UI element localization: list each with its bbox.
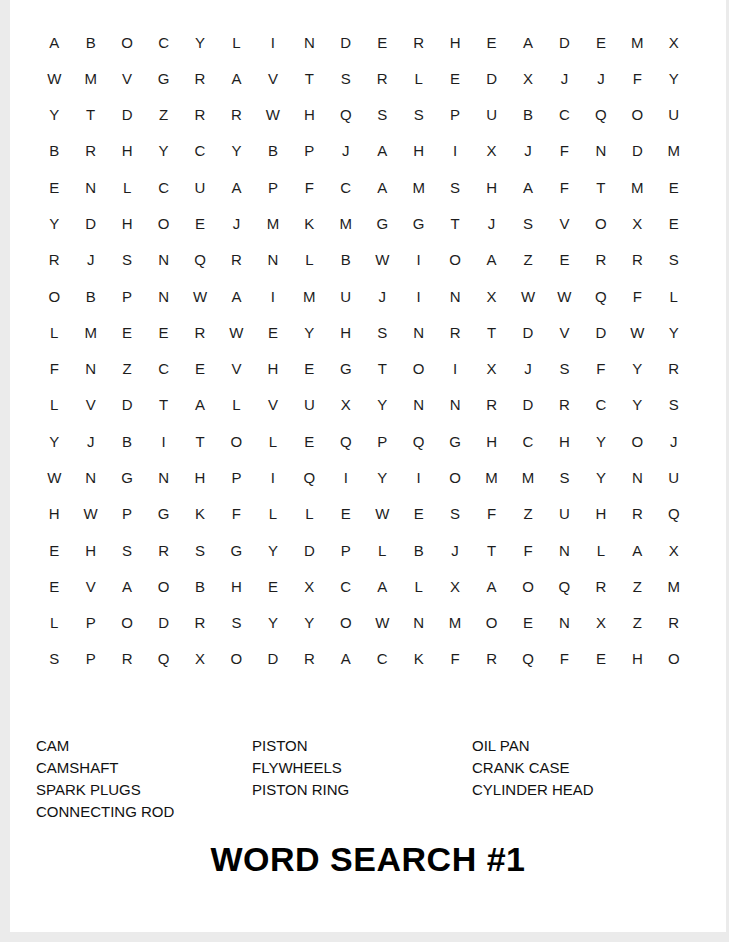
grid-cell[interactable]: M xyxy=(619,169,655,205)
grid-cell[interactable]: A xyxy=(473,242,509,278)
grid-cell[interactable]: F xyxy=(473,496,509,532)
grid-cell[interactable]: N xyxy=(400,604,436,640)
grid-cell[interactable]: M xyxy=(255,205,291,241)
grid-cell[interactable]: R xyxy=(473,387,509,423)
grid-cell[interactable]: B xyxy=(510,97,546,133)
grid-cell[interactable]: F xyxy=(437,641,473,677)
grid-cell[interactable]: L xyxy=(36,604,72,640)
grid-cell[interactable]: R xyxy=(182,314,218,350)
grid-cell[interactable]: N xyxy=(72,351,108,387)
grid-cell[interactable]: C xyxy=(583,387,619,423)
grid-cell[interactable]: N xyxy=(437,278,473,314)
grid-cell[interactable]: J xyxy=(510,133,546,169)
grid-cell[interactable]: R xyxy=(583,568,619,604)
grid-cell[interactable]: P xyxy=(291,133,327,169)
grid-cell[interactable]: S xyxy=(546,351,582,387)
grid-cell[interactable]: H xyxy=(291,97,327,133)
grid-cell[interactable]: X xyxy=(619,205,655,241)
grid-cell[interactable]: H xyxy=(72,532,108,568)
grid-cell[interactable]: J xyxy=(218,205,254,241)
grid-cell[interactable]: H xyxy=(583,496,619,532)
grid-cell[interactable]: E xyxy=(437,60,473,96)
grid-cell[interactable]: L xyxy=(291,242,327,278)
grid-cell[interactable]: E xyxy=(546,242,582,278)
grid-cell[interactable]: U xyxy=(328,278,364,314)
grid-cell[interactable]: S xyxy=(437,496,473,532)
grid-cell[interactable]: V xyxy=(72,387,108,423)
grid-cell[interactable]: N xyxy=(400,314,436,350)
grid-cell[interactable]: X xyxy=(437,568,473,604)
grid-cell[interactable]: R xyxy=(400,24,436,60)
grid-cell[interactable]: O xyxy=(583,205,619,241)
grid-cell[interactable]: Y xyxy=(255,532,291,568)
grid-cell[interactable]: G xyxy=(364,205,400,241)
grid-cell[interactable]: N xyxy=(72,459,108,495)
grid-cell[interactable]: J xyxy=(72,242,108,278)
grid-cell[interactable]: P xyxy=(364,423,400,459)
grid-cell[interactable]: M xyxy=(72,314,108,350)
grid-cell[interactable]: J xyxy=(437,532,473,568)
grid-cell[interactable]: C xyxy=(328,169,364,205)
grid-cell[interactable]: Y xyxy=(182,24,218,60)
grid-cell[interactable]: C xyxy=(364,641,400,677)
grid-cell[interactable]: T xyxy=(291,60,327,96)
grid-cell[interactable]: R xyxy=(291,641,327,677)
grid-cell[interactable]: A xyxy=(510,169,546,205)
grid-cell[interactable]: W xyxy=(218,314,254,350)
grid-cell[interactable]: C xyxy=(510,423,546,459)
grid-cell[interactable]: A xyxy=(182,387,218,423)
grid-cell[interactable]: W xyxy=(364,242,400,278)
grid-cell[interactable]: Y xyxy=(619,387,655,423)
grid-cell[interactable]: U xyxy=(656,459,692,495)
grid-cell[interactable]: H xyxy=(437,24,473,60)
grid-cell[interactable]: H xyxy=(182,459,218,495)
grid-cell[interactable]: U xyxy=(291,387,327,423)
grid-cell[interactable]: X xyxy=(473,278,509,314)
grid-cell[interactable]: Y xyxy=(656,314,692,350)
grid-cell[interactable]: H xyxy=(546,423,582,459)
grid-cell[interactable]: O xyxy=(400,351,436,387)
grid-cell[interactable]: L xyxy=(255,496,291,532)
grid-cell[interactable]: N xyxy=(546,532,582,568)
grid-cell[interactable]: X xyxy=(510,60,546,96)
grid-cell[interactable]: B xyxy=(109,423,145,459)
grid-cell[interactable]: X xyxy=(473,351,509,387)
grid-cell[interactable]: Z xyxy=(145,97,181,133)
grid-cell[interactable]: S xyxy=(364,97,400,133)
grid-cell[interactable]: L xyxy=(109,169,145,205)
grid-cell[interactable]: R xyxy=(36,242,72,278)
grid-cell[interactable]: N xyxy=(145,278,181,314)
grid-cell[interactable]: Y xyxy=(364,459,400,495)
grid-cell[interactable]: Q xyxy=(546,568,582,604)
grid-cell[interactable]: J xyxy=(546,60,582,96)
grid-cell[interactable]: I xyxy=(328,459,364,495)
grid-cell[interactable]: E xyxy=(145,314,181,350)
grid-cell[interactable]: V xyxy=(255,387,291,423)
grid-cell[interactable]: N xyxy=(437,387,473,423)
grid-cell[interactable]: Y xyxy=(291,604,327,640)
grid-cell[interactable]: S xyxy=(400,97,436,133)
grid-cell[interactable]: R xyxy=(619,496,655,532)
grid-cell[interactable]: E xyxy=(36,568,72,604)
grid-cell[interactable]: S xyxy=(656,387,692,423)
grid-cell[interactable]: Q xyxy=(291,459,327,495)
grid-cell[interactable]: Z xyxy=(109,351,145,387)
grid-cell[interactable]: V xyxy=(546,205,582,241)
grid-cell[interactable]: L xyxy=(36,387,72,423)
grid-cell[interactable]: R xyxy=(182,604,218,640)
grid-cell[interactable]: C xyxy=(546,97,582,133)
grid-cell[interactable]: Y xyxy=(145,133,181,169)
grid-cell[interactable]: F xyxy=(510,532,546,568)
grid-cell[interactable]: V xyxy=(109,60,145,96)
grid-cell[interactable]: O xyxy=(109,604,145,640)
grid-cell[interactable]: S xyxy=(109,532,145,568)
grid-cell[interactable]: A xyxy=(364,133,400,169)
grid-cell[interactable]: T xyxy=(145,387,181,423)
grid-cell[interactable]: N xyxy=(72,169,108,205)
grid-cell[interactable]: H xyxy=(473,169,509,205)
grid-cell[interactable]: N xyxy=(145,459,181,495)
grid-cell[interactable]: E xyxy=(583,641,619,677)
grid-cell[interactable]: G xyxy=(109,459,145,495)
grid-cell[interactable]: Y xyxy=(364,387,400,423)
grid-cell[interactable]: X xyxy=(473,133,509,169)
grid-cell[interactable]: U xyxy=(473,97,509,133)
grid-cell[interactable]: S xyxy=(656,242,692,278)
grid-cell[interactable]: D xyxy=(510,314,546,350)
grid-cell[interactable]: N xyxy=(400,387,436,423)
grid-cell[interactable]: E xyxy=(255,314,291,350)
grid-cell[interactable]: P xyxy=(437,97,473,133)
grid-cell[interactable]: Y xyxy=(583,423,619,459)
grid-cell[interactable]: V xyxy=(72,568,108,604)
grid-cell[interactable]: A xyxy=(473,568,509,604)
grid-cell[interactable]: B xyxy=(328,242,364,278)
grid-cell[interactable]: F xyxy=(619,278,655,314)
grid-cell[interactable]: G xyxy=(328,351,364,387)
grid-cell[interactable]: R xyxy=(364,60,400,96)
grid-cell[interactable]: L xyxy=(364,532,400,568)
grid-cell[interactable]: R xyxy=(546,387,582,423)
grid-cell[interactable]: I xyxy=(400,242,436,278)
grid-cell[interactable]: S xyxy=(546,459,582,495)
grid-cell[interactable]: R xyxy=(473,641,509,677)
grid-cell[interactable]: A xyxy=(36,24,72,60)
grid-cell[interactable]: E xyxy=(255,568,291,604)
grid-cell[interactable]: I xyxy=(255,459,291,495)
grid-cell[interactable]: Z xyxy=(619,604,655,640)
grid-cell[interactable]: P xyxy=(72,604,108,640)
grid-cell[interactable]: J xyxy=(473,205,509,241)
grid-cell[interactable]: F xyxy=(546,169,582,205)
grid-cell[interactable]: Q xyxy=(510,641,546,677)
grid-cell[interactable]: B xyxy=(72,278,108,314)
grid-cell[interactable]: M xyxy=(400,169,436,205)
grid-cell[interactable]: C xyxy=(145,24,181,60)
grid-cell[interactable]: W xyxy=(364,604,400,640)
grid-cell[interactable]: Y xyxy=(218,133,254,169)
grid-cell[interactable]: G xyxy=(145,60,181,96)
grid-cell[interactable]: H xyxy=(473,423,509,459)
grid-cell[interactable]: O xyxy=(145,205,181,241)
grid-cell[interactable]: D xyxy=(546,24,582,60)
grid-cell[interactable]: W xyxy=(546,278,582,314)
grid-cell[interactable]: G xyxy=(218,532,254,568)
grid-cell[interactable]: P xyxy=(218,459,254,495)
grid-cell[interactable]: Q xyxy=(583,97,619,133)
grid-cell[interactable]: I xyxy=(255,278,291,314)
grid-cell[interactable]: W xyxy=(255,97,291,133)
grid-cell[interactable]: J xyxy=(583,60,619,96)
grid-cell[interactable]: A xyxy=(218,169,254,205)
grid-cell[interactable]: M xyxy=(619,24,655,60)
grid-cell[interactable]: R xyxy=(656,604,692,640)
grid-cell[interactable]: W xyxy=(36,60,72,96)
grid-cell[interactable]: Z xyxy=(510,242,546,278)
grid-cell[interactable]: S xyxy=(437,169,473,205)
grid-cell[interactable]: K xyxy=(182,496,218,532)
grid-cell[interactable]: M xyxy=(291,278,327,314)
grid-cell[interactable]: R xyxy=(145,532,181,568)
grid-cell[interactable]: L xyxy=(656,278,692,314)
grid-cell[interactable]: D xyxy=(473,60,509,96)
grid-cell[interactable]: A xyxy=(109,568,145,604)
grid-cell[interactable]: T xyxy=(473,532,509,568)
grid-cell[interactable]: T xyxy=(583,169,619,205)
grid-cell[interactable]: A xyxy=(510,24,546,60)
grid-cell[interactable]: B xyxy=(72,24,108,60)
grid-cell[interactable]: F xyxy=(218,496,254,532)
grid-cell[interactable]: R xyxy=(182,97,218,133)
grid-cell[interactable]: O xyxy=(437,459,473,495)
grid-cell[interactable]: L xyxy=(583,532,619,568)
grid-cell[interactable]: S xyxy=(364,314,400,350)
grid-cell[interactable]: P xyxy=(328,532,364,568)
grid-cell[interactable]: O xyxy=(36,278,72,314)
grid-cell[interactable]: X xyxy=(328,387,364,423)
grid-cell[interactable]: I xyxy=(255,24,291,60)
grid-cell[interactable]: E xyxy=(510,604,546,640)
grid-cell[interactable]: S xyxy=(36,641,72,677)
grid-cell[interactable]: H xyxy=(400,133,436,169)
grid-cell[interactable]: D xyxy=(291,532,327,568)
grid-cell[interactable]: T xyxy=(72,97,108,133)
grid-cell[interactable]: D xyxy=(328,24,364,60)
grid-cell[interactable]: B xyxy=(36,133,72,169)
grid-cell[interactable]: E xyxy=(400,496,436,532)
grid-cell[interactable]: V xyxy=(255,60,291,96)
grid-cell[interactable]: Y xyxy=(583,459,619,495)
grid-cell[interactable]: O xyxy=(473,604,509,640)
grid-cell[interactable]: D xyxy=(619,133,655,169)
grid-cell[interactable]: D xyxy=(72,205,108,241)
grid-cell[interactable]: Z xyxy=(619,568,655,604)
grid-cell[interactable]: E xyxy=(36,532,72,568)
grid-cell[interactable]: A xyxy=(619,532,655,568)
grid-cell[interactable]: Z xyxy=(510,496,546,532)
grid-cell[interactable]: S xyxy=(182,532,218,568)
grid-cell[interactable]: L xyxy=(36,314,72,350)
grid-cell[interactable]: O xyxy=(437,242,473,278)
grid-cell[interactable]: R xyxy=(72,133,108,169)
grid-cell[interactable]: C xyxy=(145,169,181,205)
grid-cell[interactable]: N xyxy=(619,459,655,495)
grid-cell[interactable]: Q xyxy=(656,496,692,532)
grid-cell[interactable]: I xyxy=(437,133,473,169)
grid-cell[interactable]: F xyxy=(619,60,655,96)
grid-cell[interactable]: U xyxy=(656,97,692,133)
grid-cell[interactable]: E xyxy=(291,423,327,459)
grid-cell[interactable]: N xyxy=(255,242,291,278)
grid-cell[interactable]: O xyxy=(109,24,145,60)
grid-cell[interactable]: B xyxy=(400,532,436,568)
grid-cell[interactable]: S xyxy=(328,60,364,96)
grid-cell[interactable]: E xyxy=(36,169,72,205)
grid-cell[interactable]: D xyxy=(109,387,145,423)
grid-cell[interactable]: K xyxy=(400,641,436,677)
grid-cell[interactable]: L xyxy=(218,387,254,423)
grid-cell[interactable]: M xyxy=(656,133,692,169)
grid-cell[interactable]: Y xyxy=(656,60,692,96)
grid-cell[interactable]: M xyxy=(510,459,546,495)
grid-cell[interactable]: R xyxy=(583,242,619,278)
grid-cell[interactable]: V xyxy=(218,351,254,387)
grid-cell[interactable]: X xyxy=(656,24,692,60)
grid-cell[interactable]: N xyxy=(145,242,181,278)
grid-cell[interactable]: W xyxy=(72,496,108,532)
grid-cell[interactable]: R xyxy=(619,242,655,278)
grid-cell[interactable]: R xyxy=(182,60,218,96)
grid-cell[interactable]: R xyxy=(218,242,254,278)
grid-cell[interactable]: K xyxy=(291,205,327,241)
grid-cell[interactable]: J xyxy=(510,351,546,387)
grid-cell[interactable]: P xyxy=(72,641,108,677)
grid-cell[interactable]: X xyxy=(583,604,619,640)
grid-cell[interactable]: Q xyxy=(182,242,218,278)
grid-cell[interactable]: X xyxy=(291,568,327,604)
grid-cell[interactable]: A xyxy=(328,641,364,677)
grid-cell[interactable]: R xyxy=(109,641,145,677)
grid-cell[interactable]: H xyxy=(109,133,145,169)
grid-cell[interactable]: I xyxy=(400,459,436,495)
grid-cell[interactable]: G xyxy=(400,205,436,241)
grid-cell[interactable]: H xyxy=(328,314,364,350)
grid-cell[interactable]: P xyxy=(255,169,291,205)
grid-cell[interactable]: W xyxy=(182,278,218,314)
grid-cell[interactable]: B xyxy=(255,133,291,169)
grid-cell[interactable]: X xyxy=(182,641,218,677)
grid-cell[interactable]: N xyxy=(583,133,619,169)
grid-cell[interactable]: I xyxy=(437,351,473,387)
grid-cell[interactable]: M xyxy=(473,459,509,495)
grid-cell[interactable]: N xyxy=(291,24,327,60)
grid-cell[interactable]: H xyxy=(255,351,291,387)
grid-cell[interactable]: Y xyxy=(36,97,72,133)
grid-cell[interactable]: F xyxy=(546,641,582,677)
grid-cell[interactable]: Q xyxy=(328,97,364,133)
grid-cell[interactable]: A xyxy=(364,169,400,205)
grid-cell[interactable]: S xyxy=(218,604,254,640)
grid-cell[interactable]: O xyxy=(656,641,692,677)
grid-cell[interactable]: F xyxy=(546,133,582,169)
grid-cell[interactable]: L xyxy=(291,496,327,532)
grid-cell[interactable]: R xyxy=(437,314,473,350)
grid-cell[interactable]: F xyxy=(36,351,72,387)
grid-cell[interactable]: O xyxy=(145,568,181,604)
grid-cell[interactable]: E xyxy=(182,205,218,241)
grid-cell[interactable]: E xyxy=(328,496,364,532)
grid-cell[interactable]: H xyxy=(36,496,72,532)
grid-cell[interactable]: C xyxy=(145,351,181,387)
grid-cell[interactable]: P xyxy=(109,278,145,314)
grid-cell[interactable]: T xyxy=(182,423,218,459)
grid-cell[interactable]: W xyxy=(36,459,72,495)
grid-cell[interactable]: Y xyxy=(36,423,72,459)
grid-cell[interactable]: O xyxy=(218,423,254,459)
grid-cell[interactable]: Q xyxy=(583,278,619,314)
grid-cell[interactable]: W xyxy=(364,496,400,532)
grid-cell[interactable]: Q xyxy=(145,641,181,677)
grid-cell[interactable]: V xyxy=(546,314,582,350)
grid-cell[interactable]: G xyxy=(145,496,181,532)
grid-cell[interactable]: O xyxy=(619,423,655,459)
grid-cell[interactable]: Y xyxy=(291,314,327,350)
grid-cell[interactable]: L xyxy=(400,568,436,604)
grid-cell[interactable]: E xyxy=(656,169,692,205)
grid-cell[interactable]: N xyxy=(546,604,582,640)
grid-cell[interactable]: U xyxy=(546,496,582,532)
grid-cell[interactable]: A xyxy=(364,568,400,604)
grid-cell[interactable]: L xyxy=(255,423,291,459)
grid-cell[interactable]: D xyxy=(255,641,291,677)
grid-cell[interactable]: U xyxy=(182,169,218,205)
grid-cell[interactable]: J xyxy=(656,423,692,459)
grid-cell[interactable]: E xyxy=(364,24,400,60)
grid-cell[interactable]: D xyxy=(145,604,181,640)
grid-cell[interactable]: W xyxy=(510,278,546,314)
grid-cell[interactable]: M xyxy=(328,205,364,241)
grid-cell[interactable]: M xyxy=(656,568,692,604)
grid-cell[interactable]: Y xyxy=(36,205,72,241)
grid-cell[interactable]: L xyxy=(218,24,254,60)
grid-cell[interactable]: I xyxy=(145,423,181,459)
grid-cell[interactable]: I xyxy=(400,278,436,314)
grid-cell[interactable]: Y xyxy=(255,604,291,640)
grid-cell[interactable]: O xyxy=(328,604,364,640)
grid-cell[interactable]: O xyxy=(510,568,546,604)
grid-cell[interactable]: E xyxy=(182,351,218,387)
grid-cell[interactable]: Y xyxy=(619,351,655,387)
grid-cell[interactable]: E xyxy=(291,351,327,387)
grid-cell[interactable]: D xyxy=(510,387,546,423)
grid-cell[interactable]: T xyxy=(364,351,400,387)
grid-cell[interactable]: A xyxy=(218,60,254,96)
grid-cell[interactable]: H xyxy=(109,205,145,241)
grid-cell[interactable]: H xyxy=(218,568,254,604)
grid-cell[interactable]: D xyxy=(109,97,145,133)
grid-cell[interactable]: T xyxy=(437,205,473,241)
grid-cell[interactable]: P xyxy=(109,496,145,532)
grid-cell[interactable]: E xyxy=(473,24,509,60)
grid-cell[interactable]: E xyxy=(583,24,619,60)
grid-cell[interactable]: O xyxy=(619,97,655,133)
grid-cell[interactable]: D xyxy=(583,314,619,350)
grid-cell[interactable]: R xyxy=(656,351,692,387)
grid-cell[interactable]: C xyxy=(182,133,218,169)
